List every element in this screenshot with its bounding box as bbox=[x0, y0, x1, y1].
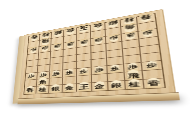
board-cell: 王 bbox=[77, 83, 92, 92]
piece-glyph: 歩 bbox=[110, 66, 120, 73]
piece-glyph: 香 bbox=[31, 34, 38, 40]
piece-glyph: 歩 bbox=[41, 45, 48, 51]
piece-glyph: 桂 bbox=[128, 81, 140, 88]
piece-sente-lance: 香 bbox=[145, 77, 162, 88]
piece-glyph: 香 bbox=[140, 13, 152, 21]
piece-glyph: 歩 bbox=[30, 47, 37, 52]
piece-glyph: 香 bbox=[147, 80, 160, 88]
board-cell: 銀 bbox=[108, 81, 126, 90]
board-cell: 桂 bbox=[36, 86, 49, 94]
piece-glyph: 歩 bbox=[95, 68, 104, 74]
board-cell: 金 bbox=[63, 84, 77, 92]
piece-sente-pawn: 歩 bbox=[27, 72, 36, 80]
piece-glyph: 歩 bbox=[146, 63, 158, 70]
piece-sente-silver: 銀 bbox=[50, 84, 61, 93]
piece-glyph: 歩 bbox=[94, 36, 103, 42]
piece-glyph: 金 bbox=[95, 84, 105, 91]
piece-glyph: 桂 bbox=[38, 87, 46, 93]
photo-scene: 香桂銀金玉金銀桂香飛角歩歩歩歩歩歩歩歩歩歩歩歩歩歩歩歩歩歩角飛香桂銀金王金銀桂香 bbox=[0, 0, 190, 130]
board-cell: 金 bbox=[92, 82, 108, 91]
piece-sente-pawn: 歩 bbox=[145, 60, 159, 70]
piece-glyph: 歩 bbox=[142, 29, 153, 36]
piece-sente-knight: 桂 bbox=[37, 85, 48, 94]
board-grid: 香桂銀金玉金銀桂香飛角歩歩歩歩歩歩歩歩歩歩歩歩歩歩歩歩歩歩角飛香桂銀金王金銀桂香 bbox=[23, 13, 165, 95]
piece-sente-pawn: 歩 bbox=[65, 68, 75, 76]
piece-sente-pawn: 歩 bbox=[51, 70, 60, 78]
board-front-edge bbox=[17, 92, 179, 104]
piece-glyph: 桂 bbox=[42, 32, 50, 38]
piece-glyph: 金 bbox=[93, 22, 102, 29]
shogi-board: 香桂銀金玉金銀桂香飛角歩歩歩歩歩歩歩歩歩歩歩歩歩歩歩歩歩歩角飛香桂銀金王金銀桂香 bbox=[18, 9, 176, 99]
piece-sente-gold: 金 bbox=[93, 81, 106, 91]
piece-sente-king: 王 bbox=[77, 81, 90, 91]
piece-glyph: 角 bbox=[39, 79, 48, 85]
piece-glyph: 銀 bbox=[51, 86, 60, 92]
piece-glyph: 歩 bbox=[109, 34, 118, 41]
piece-glyph: 歩 bbox=[80, 39, 88, 45]
piece-glyph: 桂 bbox=[123, 16, 134, 23]
piece-glyph: 銀 bbox=[54, 29, 62, 35]
piece-glyph: 金 bbox=[65, 86, 74, 93]
piece-glyph: 銀 bbox=[111, 83, 122, 90]
board-cell: 香 bbox=[144, 78, 165, 88]
piece-glyph: 歩 bbox=[53, 43, 60, 49]
board-cell: 銀 bbox=[49, 85, 63, 93]
piece-glyph: 銀 bbox=[108, 19, 118, 26]
board-cell: 桂 bbox=[125, 80, 144, 90]
piece-glyph: 飛 bbox=[127, 72, 140, 80]
board-cell: 香 bbox=[24, 87, 37, 95]
piece-glyph: 金 bbox=[66, 27, 74, 33]
piece-glyph: 香 bbox=[26, 88, 34, 94]
piece-sente-pawn: 歩 bbox=[79, 67, 89, 75]
piece-glyph: 歩 bbox=[125, 31, 135, 38]
piece-sente-knight: 桂 bbox=[126, 78, 142, 89]
piece-sente-pawn: 歩 bbox=[109, 64, 121, 73]
piece-sente-pawn: 歩 bbox=[94, 66, 105, 75]
piece-sente-lance: 香 bbox=[25, 85, 35, 94]
piece-glyph: 王 bbox=[79, 84, 89, 91]
piece-glyph: 歩 bbox=[66, 41, 74, 47]
piece-sente-silver: 銀 bbox=[109, 80, 124, 90]
piece-sente-gold: 金 bbox=[63, 83, 75, 92]
piece-glyph: 玉 bbox=[79, 24, 88, 31]
